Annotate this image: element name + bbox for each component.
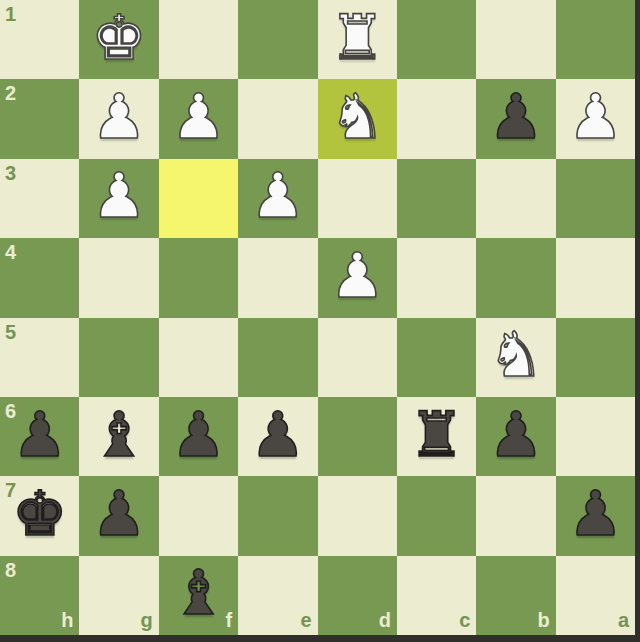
square-a3[interactable] [556, 159, 635, 238]
piece-black-pawn[interactable]: ♟ [91, 483, 147, 545]
piece-white-knight[interactable]: ♞ [488, 324, 544, 386]
square-a4[interactable] [556, 238, 635, 317]
piece-white-pawn[interactable]: ♟ [91, 165, 147, 227]
square-h3[interactable]: 3 [0, 159, 79, 238]
chess-board: 1♚♜2♟♟♞♟♟3♟♟4♟5♞6♟♝♟♟♜♟7♚♟♟8hgf♝edcba [0, 0, 635, 635]
piece-black-king[interactable]: ♚ [12, 483, 68, 545]
file-label-d: d [379, 610, 391, 630]
square-g2[interactable]: ♟ [79, 79, 158, 158]
square-g5[interactable] [79, 318, 158, 397]
square-f1[interactable] [159, 0, 238, 79]
square-c7[interactable] [397, 476, 476, 555]
square-h6[interactable]: 6♟ [0, 397, 79, 476]
piece-white-pawn[interactable]: ♟ [568, 86, 624, 148]
square-d8[interactable]: d [318, 556, 397, 635]
square-b1[interactable] [476, 0, 555, 79]
square-a2[interactable]: ♟ [556, 79, 635, 158]
piece-black-rook[interactable]: ♜ [409, 404, 465, 466]
square-f5[interactable] [159, 318, 238, 397]
square-g4[interactable] [79, 238, 158, 317]
rank-label-2: 2 [5, 83, 16, 103]
rank-label-1: 1 [5, 4, 16, 24]
square-c6[interactable]: ♜ [397, 397, 476, 476]
square-d7[interactable] [318, 476, 397, 555]
square-b6[interactable]: ♟ [476, 397, 555, 476]
file-label-b: b [538, 610, 550, 630]
square-a6[interactable] [556, 397, 635, 476]
square-e2[interactable] [238, 79, 317, 158]
square-h1[interactable]: 1 [0, 0, 79, 79]
square-g6[interactable]: ♝ [79, 397, 158, 476]
square-c1[interactable] [397, 0, 476, 79]
piece-white-pawn[interactable]: ♟ [250, 165, 306, 227]
piece-white-pawn[interactable]: ♟ [329, 245, 385, 307]
square-c5[interactable] [397, 318, 476, 397]
square-a1[interactable] [556, 0, 635, 79]
square-d4[interactable]: ♟ [318, 238, 397, 317]
square-c8[interactable]: c [397, 556, 476, 635]
file-label-g: g [141, 610, 153, 630]
square-e7[interactable] [238, 476, 317, 555]
square-f8[interactable]: f♝ [159, 556, 238, 635]
square-f2[interactable]: ♟ [159, 79, 238, 158]
square-a8[interactable]: a [556, 556, 635, 635]
square-f7[interactable] [159, 476, 238, 555]
rank-label-4: 4 [5, 242, 16, 262]
square-d3[interactable] [318, 159, 397, 238]
piece-white-pawn[interactable]: ♟ [91, 86, 147, 148]
square-e4[interactable] [238, 238, 317, 317]
square-b2[interactable]: ♟ [476, 79, 555, 158]
piece-black-pawn[interactable]: ♟ [171, 404, 227, 466]
square-g7[interactable]: ♟ [79, 476, 158, 555]
piece-black-pawn[interactable]: ♟ [488, 404, 544, 466]
square-e6[interactable]: ♟ [238, 397, 317, 476]
file-label-f: f [226, 610, 233, 630]
square-h2[interactable]: 2 [0, 79, 79, 158]
piece-white-rook[interactable]: ♜ [329, 7, 385, 69]
piece-black-pawn[interactable]: ♟ [12, 404, 68, 466]
square-b3[interactable] [476, 159, 555, 238]
piece-white-knight[interactable]: ♞ [329, 86, 385, 148]
square-a7[interactable]: ♟ [556, 476, 635, 555]
square-g3[interactable]: ♟ [79, 159, 158, 238]
square-c2[interactable] [397, 79, 476, 158]
piece-white-king[interactable]: ♚ [91, 7, 147, 69]
square-e8[interactable]: e [238, 556, 317, 635]
rank-label-5: 5 [5, 322, 16, 342]
file-label-e: e [300, 610, 311, 630]
square-b5[interactable]: ♞ [476, 318, 555, 397]
file-label-c: c [459, 610, 470, 630]
file-label-h: h [61, 610, 73, 630]
rank-label-8: 8 [5, 560, 16, 580]
square-h7[interactable]: 7♚ [0, 476, 79, 555]
square-g8[interactable]: g [79, 556, 158, 635]
chess-app: 1♚♜2♟♟♞♟♟3♟♟4♟5♞6♟♝♟♟♜♟7♚♟♟8hgf♝edcba [0, 0, 640, 642]
piece-black-bishop[interactable]: ♝ [91, 404, 147, 466]
square-b7[interactable] [476, 476, 555, 555]
square-a5[interactable] [556, 318, 635, 397]
square-h8[interactable]: 8h [0, 556, 79, 635]
square-b8[interactable]: b [476, 556, 555, 635]
square-g1[interactable]: ♚ [79, 0, 158, 79]
square-d5[interactable] [318, 318, 397, 397]
square-c4[interactable] [397, 238, 476, 317]
piece-black-bishop[interactable]: ♝ [171, 562, 227, 624]
square-f6[interactable]: ♟ [159, 397, 238, 476]
square-f3[interactable] [159, 159, 238, 238]
rank-label-3: 3 [5, 163, 16, 183]
piece-black-pawn[interactable]: ♟ [488, 86, 544, 148]
square-d6[interactable] [318, 397, 397, 476]
square-e5[interactable] [238, 318, 317, 397]
square-d2[interactable]: ♞ [318, 79, 397, 158]
square-b4[interactable] [476, 238, 555, 317]
piece-black-pawn[interactable]: ♟ [250, 404, 306, 466]
file-label-a: a [618, 610, 629, 630]
square-e1[interactable] [238, 0, 317, 79]
piece-black-pawn[interactable]: ♟ [568, 483, 624, 545]
square-d1[interactable]: ♜ [318, 0, 397, 79]
square-f4[interactable] [159, 238, 238, 317]
square-c3[interactable] [397, 159, 476, 238]
square-h4[interactable]: 4 [0, 238, 79, 317]
square-e3[interactable]: ♟ [238, 159, 317, 238]
square-h5[interactable]: 5 [0, 318, 79, 397]
piece-white-pawn[interactable]: ♟ [171, 86, 227, 148]
